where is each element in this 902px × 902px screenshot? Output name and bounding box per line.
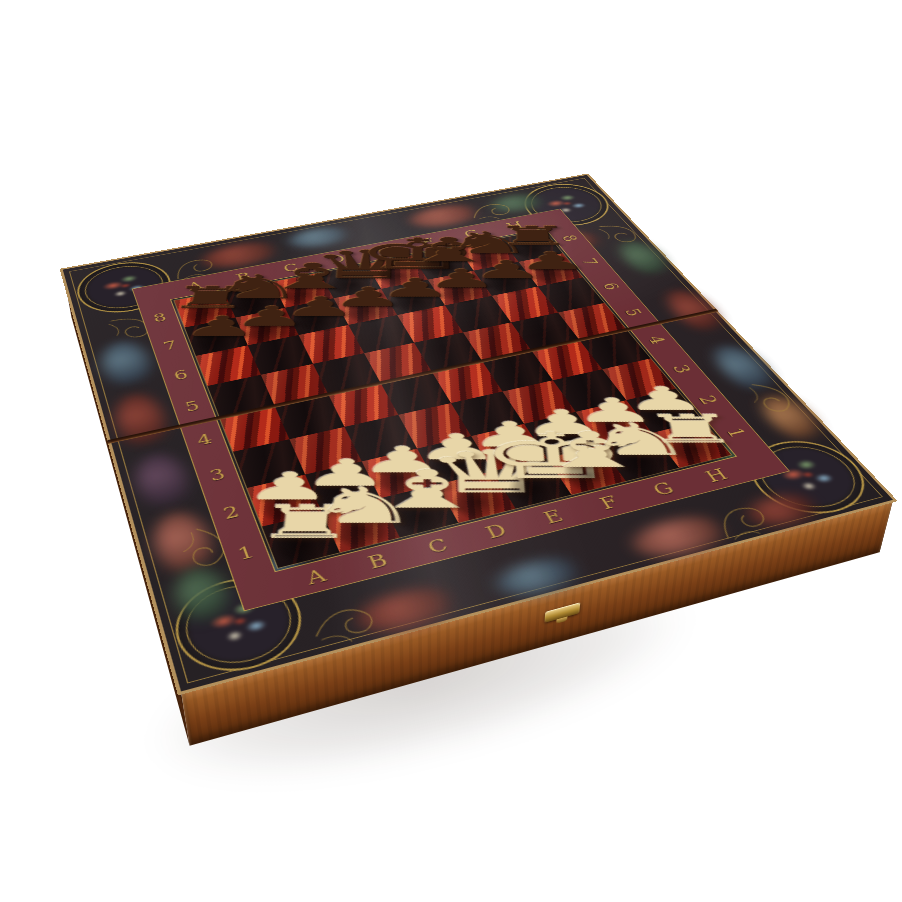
painted-flower [130, 449, 195, 513]
square-c3[interactable] [345, 415, 418, 462]
square-h1[interactable] [652, 421, 731, 468]
square-b3[interactable] [289, 427, 361, 475]
painted-flower [110, 390, 172, 452]
piece-layer: ♜♞♝♛♚♝♞♜♟♟♟♟♟♟♟♟♟♟♟♟♟♟♟♟♜♞♝♛♚♝♞♜ [63, 175, 587, 270]
painted-flower [147, 507, 219, 580]
square-b2[interactable] [305, 461, 380, 512]
piece-dark-pawn-a7[interactable]: ♟ [169, 312, 271, 340]
painted-flower [169, 562, 236, 628]
painted-flower [751, 391, 829, 444]
gold-scroll-ornament [589, 219, 650, 251]
gold-scroll-ornament [738, 380, 804, 420]
painted-flower [658, 287, 731, 336]
photo-scene: 88AA77BB66CC55DD44EE33FF22GG11HH ♜♞♝♛♚♝♞… [0, 0, 902, 902]
square-f1[interactable] [547, 445, 626, 494]
brass-clasp-icon[interactable] [545, 602, 581, 622]
square-b1[interactable] [322, 498, 400, 552]
square-a2[interactable] [247, 475, 322, 527]
square-d4[interactable] [381, 372, 451, 415]
painted-flower [97, 337, 157, 390]
square-a3[interactable] [233, 439, 305, 488]
